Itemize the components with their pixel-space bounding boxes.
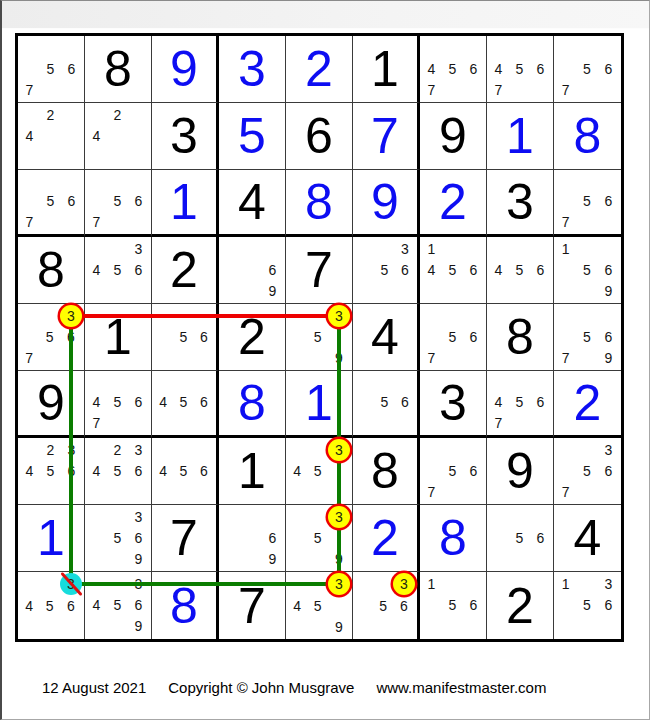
pencil-mark-1: 1 [421,573,442,594]
pencil-mark-9: 9 [328,549,350,570]
cell-r7c6[interactable]: 8 [353,438,420,505]
given-digit: 8 [37,245,65,295]
given-digit: 8 [506,312,534,362]
cell-r4c2[interactable]: 3456 [85,237,152,304]
cell-r2c9[interactable]: 8 [554,103,621,170]
given-digit: 3 [439,378,467,428]
pencil-marks: 567 [555,37,619,100]
pencil-mark-4: 4 [287,595,308,616]
cell-r8c7[interactable]: 8 [420,505,487,572]
pencil-marks: 3459 [287,573,350,637]
cell-r1c3[interactable]: 9 [152,36,219,103]
solved-digit: 8 [305,177,333,227]
pencil-marks: 69 [220,506,283,569]
cell-r4c3[interactable]: 2 [152,237,219,304]
chain-node-circle: 3 [328,439,350,461]
cell-r4c8[interactable]: 456 [487,237,554,304]
given-digit: 2 [170,245,198,295]
pencil-mark-5: 5 [509,527,530,548]
chain-node-circle: 3 [328,506,350,528]
solved-digit: 2 [371,513,399,563]
given-digit: 9 [37,378,65,428]
pencil-marks: 69 [220,238,283,301]
eliminated-candidate-circle: 3 [60,573,82,595]
pencil-mark-2: 2 [40,104,61,125]
pencil-mark-4: 4 [421,58,442,79]
cell-r1c1[interactable]: 567 [18,36,85,103]
pencil-marks: 456 [153,439,214,502]
pencil-marks: 567 [19,171,82,232]
cell-r7c5[interactable]: 345 [286,438,353,505]
pencil-mark-9: 9 [598,347,619,368]
pencil-mark-4: 4 [153,460,173,481]
pencil-marks: 4567 [488,37,551,100]
pencil-mark-5: 5 [173,460,193,481]
cell-r1c5[interactable]: 2 [286,36,353,103]
cell-r5c3[interactable]: 56 [152,304,219,371]
solved-digit: 9 [170,44,198,94]
pencil-mark-7: 7 [86,413,107,433]
cell-r3c1[interactable]: 567 [18,170,85,237]
cell-r4c5[interactable]: 7 [286,237,353,304]
cell-r4c9[interactable]: 1569 [554,237,621,304]
cell-r6c5[interactable]: 1 [286,371,353,438]
pencil-mark-5: 5 [107,594,128,615]
cell-r4c4[interactable]: 69 [219,237,286,304]
cell-r1c7[interactable]: 4567 [420,36,487,103]
cell-r8c1[interactable]: 1 [18,505,85,572]
pencil-mark-2: 2 [107,104,128,125]
cell-r4c6[interactable]: 356 [353,237,420,304]
pencil-marks: 567 [421,439,484,502]
pencil-mark-7: 7 [555,79,576,100]
pencil-mark-6: 6 [128,392,149,412]
pencil-marks: 24 [86,104,149,167]
pencil-mark-6: 6 [463,326,484,347]
window-top-strip [2,1,649,29]
cell-r1c4[interactable]: 3 [219,36,286,103]
pencil-marks: 359 [287,305,350,368]
pencil-mark-5: 5 [40,460,61,481]
solved-digit: 2 [305,44,333,94]
pencil-mark-5: 5 [308,595,329,616]
pencil-mark-4: 4 [488,392,509,412]
pencil-mark-6: 6 [395,392,415,412]
cell-r2c4[interactable]: 5 [219,103,286,170]
pencil-mark-7: 7 [488,79,509,100]
pencil-mark-3: 3 [598,573,619,594]
cell-r7c2[interactable]: 23456 [85,438,152,505]
pencil-mark-4: 4 [19,460,40,481]
cell-r7c4[interactable]: 1 [219,438,286,505]
cell-r9c6[interactable]: 356 [353,572,420,639]
pencil-mark-5: 5 [509,58,530,79]
pencil-mark-5: 5 [442,460,463,481]
pencil-mark-5: 5 [576,191,597,211]
footer-date: 12 August 2021 [42,679,146,696]
pencil-marks: 3567 [555,439,619,502]
pencil-mark-6: 6 [61,58,82,79]
cell-r5c2[interactable]: 1 [85,304,152,371]
pencil-mark-4: 4 [19,595,40,616]
pencil-mark-7: 7 [421,481,442,502]
chain-node-circle: 3 [328,305,350,327]
pencil-mark-4: 4 [287,461,308,482]
cell-r6c4[interactable]: 8 [219,371,286,438]
pencil-marks: 567 [19,37,82,100]
footer: 12 August 2021 Copyright © John Musgrave… [42,679,546,696]
cell-r9c8[interactable]: 2 [487,572,554,639]
cell-r6c3[interactable]: 456 [152,371,219,438]
pencil-mark-9: 9 [262,548,283,569]
pencil-marks: 24 [19,104,82,167]
cell-r9c1[interactable]: 3456 [18,572,85,639]
pencil-mark-4: 4 [86,594,107,615]
cell-r9c2[interactable]: 34569 [85,572,152,639]
pencil-mark-5: 5 [576,594,597,615]
cell-r4c7[interactable]: 1456 [420,237,487,304]
pencil-mark-3: 3 [128,573,149,594]
pencil-mark-6: 6 [530,259,551,280]
pencil-mark-6: 6 [530,527,551,548]
cell-r2c5[interactable]: 6 [286,103,353,170]
cell-r7c3[interactable]: 456 [152,438,219,505]
pencil-mark-5: 5 [40,58,61,79]
cell-r1c9[interactable]: 567 [554,36,621,103]
pencil-mark-3: 3 [128,506,149,527]
solved-digit: 5 [238,111,266,161]
pencil-mark-5: 5 [308,528,329,549]
pencil-mark-5: 5 [576,259,597,280]
pencil-marks: 359 [287,506,350,569]
cell-r3c7[interactable]: 2 [420,170,487,237]
pencil-mark-4: 4 [488,58,509,79]
pencil-mark-6: 6 [530,392,551,412]
footer-copyright: Copyright © John Musgrave [168,679,354,696]
pencil-marks: 56 [153,305,214,368]
pencil-mark-3: 3 [128,439,149,460]
pencil-marks: 345 [287,439,350,502]
solved-digit: 3 [238,44,266,94]
cell-r2c6[interactable]: 7 [353,103,420,170]
pencil-mark-7: 7 [19,79,40,100]
pencil-mark-6: 6 [128,594,149,615]
cell-r1c8[interactable]: 4567 [487,36,554,103]
pencil-mark-7: 7 [555,481,576,502]
pencil-mark-5: 5 [308,327,329,348]
cell-r7c1[interactable]: 23456 [18,438,85,505]
cell-r5c1[interactable]: 3567 [18,304,85,371]
pencil-marks: 567 [86,171,149,232]
cell-r5c7[interactable]: 567 [420,304,487,371]
pencil-mark-5: 5 [107,527,128,548]
pencil-mark-7: 7 [488,413,509,433]
pencil-mark-5: 5 [374,392,394,412]
pencil-mark-6: 6 [463,58,484,79]
pencil-mark-6: 6 [128,259,149,280]
pencil-mark-5: 5 [442,58,463,79]
pencil-mark-5: 5 [107,191,128,211]
pencil-mark-4: 4 [19,125,40,146]
sudoku-grid: 5678932145674567567242435679185675671489… [15,33,624,642]
pencil-mark-6: 6 [598,191,619,211]
cell-r3c6[interactable]: 9 [353,170,420,237]
given-digit: 7 [170,513,198,563]
pencil-mark-5: 5 [576,326,597,347]
pencil-mark-5: 5 [576,460,597,481]
cell-r7c7[interactable]: 567 [420,438,487,505]
given-digit: 1 [104,312,132,362]
pencil-mark-6: 6 [598,259,619,280]
pencil-mark-3: 3 [395,238,415,259]
pencil-mark-6: 6 [463,594,484,615]
chain-node-circle: 3 [393,573,415,595]
given-digit: 1 [238,446,266,496]
chain-node-circle: 3 [328,573,350,595]
pencil-mark-5: 5 [40,595,61,616]
given-digit: 8 [371,446,399,496]
pencil-mark-5: 5 [107,259,128,280]
cell-r2c1[interactable]: 24 [18,103,85,170]
cell-r7c8[interactable]: 9 [487,438,554,505]
pencil-marks: 4567 [488,372,551,433]
pencil-mark-1: 1 [421,238,442,259]
pencil-mark-3: 3 [128,238,149,259]
pencil-mark-6: 6 [128,191,149,211]
pencil-marks: 5679 [555,305,619,368]
chain-node-circle: 3 [60,305,82,327]
solved-digit: 8 [439,513,467,563]
pencil-mark-9: 9 [328,616,350,637]
cell-r8c6[interactable]: 2 [353,505,420,572]
cell-r3c4[interactable]: 4 [219,170,286,237]
given-digit: 4 [238,177,266,227]
cell-r6c9[interactable]: 2 [554,371,621,438]
solved-digit: 1 [305,378,333,428]
cell-r3c5[interactable]: 8 [286,170,353,237]
pencil-marks: 3567 [19,305,82,368]
cell-r5c9[interactable]: 5679 [554,304,621,371]
solved-digit: 8 [170,581,198,631]
cell-r1c6[interactable]: 1 [353,36,420,103]
pencil-mark-1: 1 [555,573,576,594]
cell-r8c8[interactable]: 56 [487,505,554,572]
pencil-mark-9: 9 [128,548,149,569]
pencil-mark-6: 6 [598,460,619,481]
pencil-mark-5: 5 [40,191,61,211]
pencil-mark-3: 3 [61,439,82,460]
cell-r8c2[interactable]: 3569 [85,505,152,572]
given-digit: 2 [506,581,534,631]
solved-digit: 8 [574,111,602,161]
pencil-mark-5: 5 [107,392,128,412]
pencil-marks: 156 [421,573,484,637]
pencil-marks: 356 [354,573,415,637]
pencil-mark-7: 7 [555,212,576,232]
pencil-mark-6: 6 [393,595,415,616]
pencil-mark-5: 5 [509,259,530,280]
cell-r3c3[interactable]: 1 [152,170,219,237]
pencil-marks: 34569 [86,573,149,637]
pencil-mark-6: 6 [60,327,82,348]
pencil-mark-6: 6 [61,191,82,211]
cell-r6c6[interactable]: 56 [353,371,420,438]
pencil-mark-4: 4 [421,259,442,280]
cell-r9c9[interactable]: 1356 [554,572,621,639]
solved-digit: 2 [574,378,602,428]
cell-r3c2[interactable]: 567 [85,170,152,237]
pencil-marks: 567 [555,171,619,232]
cell-r3c9[interactable]: 567 [554,170,621,237]
sudoku-board: 5678932145674567567242435679185675671489… [15,33,624,642]
pencil-mark-9: 9 [598,280,619,301]
pencil-marks: 56 [488,506,551,569]
cell-r8c9[interactable]: 4 [554,505,621,572]
cell-r9c3[interactable]: 8 [152,572,219,639]
pencil-marks: 456 [488,238,551,301]
pencil-mark-6: 6 [194,460,214,481]
cell-r2c7[interactable]: 9 [420,103,487,170]
pencil-mark-6: 6 [128,527,149,548]
pencil-mark-5: 5 [442,594,463,615]
footer-website-link[interactable]: www.manifestmaster.com [376,679,546,696]
pencil-mark-6: 6 [395,259,415,280]
pencil-mark-7: 7 [86,212,107,232]
pencil-mark-4: 4 [153,392,173,412]
cell-r6c8[interactable]: 4567 [487,371,554,438]
cell-r9c5[interactable]: 3459 [286,572,353,639]
cell-r2c3[interactable]: 3 [152,103,219,170]
solved-digit: 1 [37,513,65,563]
given-digit: 7 [305,245,333,295]
cell-r6c1[interactable]: 9 [18,371,85,438]
pencil-mark-7: 7 [421,347,442,368]
pencil-mark-7: 7 [421,79,442,100]
pencil-mark-5: 5 [442,326,463,347]
pencil-mark-6: 6 [530,58,551,79]
pencil-mark-5: 5 [576,58,597,79]
given-digit: 4 [371,312,399,362]
cell-r2c2[interactable]: 24 [85,103,152,170]
solved-digit: 8 [238,378,266,428]
pencil-mark-1: 1 [555,238,576,259]
given-digit: 7 [238,581,266,631]
pencil-marks: 3456 [86,238,149,301]
pencil-mark-4: 4 [86,392,107,412]
pencil-mark-5: 5 [308,461,329,482]
pencil-mark-4: 4 [488,259,509,280]
cell-r1c2[interactable]: 8 [85,36,152,103]
pencil-marks: 56 [354,372,415,433]
pencil-mark-5: 5 [173,326,193,347]
pencil-mark-6: 6 [262,527,283,548]
pencil-mark-5: 5 [374,595,394,616]
pencil-marks: 1456 [421,238,484,301]
given-digit: 9 [439,111,467,161]
pencil-mark-4: 4 [86,125,107,146]
pencil-mark-6: 6 [262,259,283,280]
pencil-mark-6: 6 [128,460,149,481]
pencil-marks: 3569 [86,506,149,569]
pencil-mark-3: 3 [598,439,619,460]
pencil-mark-5: 5 [40,327,61,348]
given-digit: 3 [170,111,198,161]
pencil-mark-5: 5 [107,460,128,481]
pencil-marks: 3456 [19,573,82,637]
pencil-marks: 1569 [555,238,619,301]
pencil-marks: 23456 [19,439,82,502]
pencil-mark-4: 4 [86,259,107,280]
pencil-mark-2: 2 [40,439,61,460]
pencil-mark-7: 7 [19,212,40,232]
pencil-mark-6: 6 [598,594,619,615]
cell-r5c8[interactable]: 8 [487,304,554,371]
pencil-mark-7: 7 [555,347,576,368]
cell-r4c1[interactable]: 8 [18,237,85,304]
cell-r8c3[interactable]: 7 [152,505,219,572]
cell-r7c9[interactable]: 3567 [554,438,621,505]
solved-digit: 2 [439,177,467,227]
pencil-marks: 1356 [555,573,619,637]
cell-r2c8[interactable]: 1 [487,103,554,170]
cell-r9c7[interactable]: 156 [420,572,487,639]
cell-r6c7[interactable]: 3 [420,371,487,438]
pencil-marks: 4567 [421,37,484,100]
given-digit: 3 [506,177,534,227]
cell-r8c5[interactable]: 359 [286,505,353,572]
sudoku-app-screenshot: { "game": "sudoku", "position": ".89321.… [0,0,650,720]
pencil-mark-5: 5 [374,259,394,280]
given-digit: 2 [238,312,266,362]
pencil-mark-4: 4 [86,460,107,481]
pencil-marks: 456 [153,372,214,433]
solved-digit: 9 [371,177,399,227]
pencil-mark-5: 5 [442,259,463,280]
pencil-mark-6: 6 [60,595,82,616]
solved-digit: 1 [170,177,198,227]
pencil-mark-6: 6 [598,326,619,347]
given-digit: 4 [574,513,602,563]
pencil-marks: 23456 [86,439,149,502]
pencil-mark-6: 6 [463,460,484,481]
cell-r3c8[interactable]: 3 [487,170,554,237]
pencil-mark-6: 6 [194,392,214,412]
given-digit: 1 [371,44,399,94]
cell-r9c4[interactable]: 7 [219,572,286,639]
pencil-mark-9: 9 [328,348,350,369]
pencil-mark-7: 7 [19,348,40,369]
pencil-mark-5: 5 [509,392,530,412]
pencil-mark-5: 5 [173,392,193,412]
given-digit: 9 [506,446,534,496]
pencil-mark-6: 6 [463,259,484,280]
cell-r5c6[interactable]: 4 [353,304,420,371]
pencil-marks: 356 [354,238,415,301]
cell-r5c5[interactable]: 359 [286,304,353,371]
pencil-mark-6: 6 [61,460,82,481]
pencil-mark-9: 9 [262,280,283,301]
pencil-mark-9: 9 [128,616,149,637]
pencil-marks: 567 [421,305,484,368]
given-digit: 8 [104,44,132,94]
cell-r6c2[interactable]: 4567 [85,371,152,438]
given-digit: 6 [305,111,333,161]
cell-r5c4[interactable]: 2 [219,304,286,371]
pencil-mark-6: 6 [194,326,214,347]
pencil-marks: 4567 [86,372,149,433]
cell-r8c4[interactable]: 69 [219,505,286,572]
solved-digit: 7 [371,111,399,161]
